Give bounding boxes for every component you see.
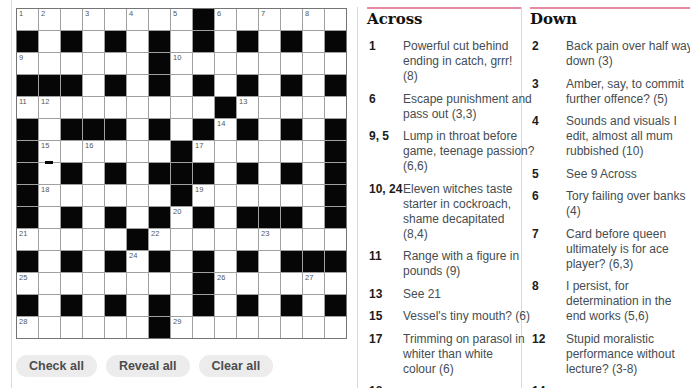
cell-r13c11[interactable] [259, 295, 280, 316]
cell-number: 7 [259, 9, 280, 18]
cell-number: 3 [83, 9, 104, 18]
black-cell-r8c14 [325, 185, 346, 206]
cell-r6c11[interactable] [259, 141, 280, 162]
cell-r2c3[interactable] [83, 53, 104, 74]
across-heading: Across [367, 7, 521, 27]
black-cell-r9c2 [61, 207, 82, 228]
black-cell-r3c4 [105, 75, 126, 96]
black-cell-r7c0 [17, 163, 38, 184]
cell-r6c9[interactable] [215, 141, 236, 162]
cell-r9c5[interactable] [127, 207, 148, 228]
check-all-button[interactable]: Check all [16, 355, 97, 377]
cell-r6c6[interactable] [149, 141, 170, 162]
cell-r4c3[interactable] [83, 97, 104, 118]
cell-r2c7[interactable]: 10 [171, 53, 192, 74]
cell-r3c5[interactable] [127, 75, 148, 96]
clue-number: 13 [369, 287, 403, 302]
clue-2-down[interactable]: 2Back pain over half waydown (3) [530, 39, 690, 69]
cell-number: 16 [83, 141, 104, 150]
black-cell-r13c8 [193, 295, 214, 316]
cell-r10c2[interactable] [61, 229, 82, 250]
cell-r5c1[interactable] [39, 119, 60, 140]
cell-r12c3[interactable] [83, 273, 104, 294]
cell-r3c7[interactable] [171, 75, 192, 96]
cell-r1c7[interactable] [171, 31, 192, 52]
cell-r10c13[interactable] [303, 229, 324, 250]
clue-text: Tory failing over banks(4) [566, 189, 690, 219]
cell-r4c0[interactable]: 11 [17, 97, 38, 118]
cell-r7c11[interactable] [259, 163, 280, 184]
cell-r13c5[interactable] [127, 295, 148, 316]
cell-r0c9[interactable]: 6 [215, 9, 236, 30]
cell-r14c4[interactable] [105, 317, 126, 338]
cell-r3c3[interactable] [83, 75, 104, 96]
cell-r8c9[interactable] [215, 185, 236, 206]
cell-r0c6[interactable] [149, 9, 170, 30]
black-cell-r4c9 [215, 97, 236, 118]
cell-r4c13[interactable] [303, 97, 324, 118]
cell-r1c9[interactable] [215, 31, 236, 52]
clue-text: Vessel's tiny mouth? (6) [403, 309, 530, 324]
clue-number: 14 [532, 384, 566, 388]
black-cell-r1c0 [17, 31, 38, 52]
black-cell-r11c13 [303, 251, 324, 272]
clue-number: 17 [369, 332, 403, 347]
cell-r10c14[interactable] [325, 229, 346, 250]
clue-text: Amber, say, to commitfurther offence? (5… [566, 77, 690, 107]
cell-r11c5[interactable]: 24 [127, 251, 148, 272]
clue-number: 8 [532, 279, 566, 294]
clue-10-24-across[interactable]: 10, 24Eleven witches tastestarter in coc… [367, 182, 521, 242]
cell-r14c2[interactable] [61, 317, 82, 338]
black-cell-r13c0 [17, 295, 38, 316]
black-cell-r3c8 [193, 75, 214, 96]
cell-r1c5[interactable] [127, 31, 148, 52]
cell-r4c4[interactable] [105, 97, 126, 118]
clue-18-across[interactable]: 18 [367, 384, 521, 388]
cell-r12c9[interactable]: 26 [215, 273, 236, 294]
black-cell-r9c14 [325, 207, 346, 228]
cell-r3c9[interactable] [215, 75, 236, 96]
black-cell-r11c4 [105, 251, 126, 272]
cell-r2c4[interactable] [105, 53, 126, 74]
cell-r1c3[interactable] [83, 31, 104, 52]
clue-number: 6 [369, 92, 403, 107]
clue-text: Powerful cut behindending in catch, grrr… [403, 39, 521, 84]
cell-r10c6[interactable]: 22 [149, 229, 170, 250]
black-cell-r1c6 [149, 31, 170, 52]
cell-r8c8[interactable]: 19 [193, 185, 214, 206]
clue-6-across[interactable]: 6Escape punishment andpass out (3,3) [367, 92, 521, 122]
clue-number: 11 [369, 249, 403, 264]
clue-number: 6 [532, 189, 566, 204]
cell-r14c7[interactable]: 29 [171, 317, 192, 338]
cell-r5c11[interactable] [259, 119, 280, 140]
cell-r5c9[interactable]: 14 [215, 119, 236, 140]
clue-number: 9, 5 [369, 129, 403, 144]
cell-number: 14 [215, 119, 236, 128]
cell-r0c3[interactable]: 3 [83, 9, 104, 30]
clue-8-down[interactable]: 8I persist, fordetermination in theend w… [530, 279, 690, 324]
down-clue-list: 2Back pain over half waydown (3)3Amber, … [530, 39, 690, 388]
cell-r3c11[interactable] [259, 75, 280, 96]
cell-number: 27 [303, 273, 324, 282]
black-cell-r9c11 [259, 207, 280, 228]
cell-r14c0[interactable]: 28 [17, 317, 38, 338]
clue-number: 2 [532, 39, 566, 54]
black-cell-r13c6 [149, 295, 170, 316]
cell-r9c9[interactable] [215, 207, 236, 228]
clue-number: 7 [532, 227, 566, 242]
cell-r5c7[interactable] [171, 119, 192, 140]
cell-r0c4[interactable] [105, 9, 126, 30]
cell-number: 5 [171, 9, 192, 18]
cell-number: 2 [39, 9, 60, 18]
cell-r12c6[interactable] [149, 273, 170, 294]
clue-text: Sounds and visuals Iedit, almost all mum… [566, 114, 690, 159]
cell-r12c0[interactable]: 25 [17, 273, 38, 294]
cell-r10c1[interactable] [39, 229, 60, 250]
cell-number: 29 [171, 317, 192, 326]
black-cell-r7c8 [193, 163, 214, 184]
black-cell-r11c6 [149, 251, 170, 272]
cell-r14c9[interactable] [215, 317, 236, 338]
cell-r2c14[interactable] [325, 53, 346, 74]
cell-r6c13[interactable] [303, 141, 324, 162]
cell-number: 11 [17, 97, 38, 106]
cell-r13c3[interactable] [83, 295, 104, 316]
hyphen-marker [45, 161, 53, 164]
cell-number: 21 [17, 229, 38, 238]
cell-r14c3[interactable] [83, 317, 104, 338]
cell-r2c1[interactable] [39, 53, 60, 74]
cell-r6c12[interactable] [281, 141, 302, 162]
black-cell-r1c12 [281, 31, 302, 52]
cell-r11c7[interactable] [171, 251, 192, 272]
cell-r10c12[interactable] [281, 229, 302, 250]
cell-r14c14[interactable] [325, 317, 346, 338]
black-cell-r11c0 [17, 251, 38, 272]
black-cell-r1c14 [325, 31, 346, 52]
cell-r14c1[interactable] [39, 317, 60, 338]
black-cell-r7c2 [61, 163, 82, 184]
black-cell-r10c5 [127, 229, 148, 250]
cell-r2c11[interactable] [259, 53, 280, 74]
cell-r0c5[interactable]: 4 [127, 9, 148, 30]
reveal-all-button[interactable]: Reveal all [106, 355, 190, 377]
clue-17-across[interactable]: 17Trimming on parasol inwhiter than whit… [367, 332, 521, 377]
black-cell-r6c7 [171, 141, 192, 162]
black-cell-r3c2 [61, 75, 82, 96]
cell-r0c12[interactable] [281, 9, 302, 30]
cell-r12c12[interactable] [281, 273, 302, 294]
cell-r1c11[interactable] [259, 31, 280, 52]
black-cell-r11c10 [237, 251, 258, 272]
cell-r14c13[interactable] [303, 317, 324, 338]
black-cell-r3c1 [39, 75, 60, 96]
across-clue-list: 1Powerful cut behindending in catch, grr… [367, 39, 521, 388]
cell-number: 22 [149, 229, 170, 238]
clue-number: 5 [532, 167, 566, 182]
cell-r4c11[interactable] [259, 97, 280, 118]
cell-r4c10[interactable]: 13 [237, 97, 258, 118]
black-cell-r12c8 [193, 273, 214, 294]
cell-r9c7[interactable]: 20 [171, 207, 192, 228]
cell-r4c7[interactable] [171, 97, 192, 118]
cell-r13c9[interactable] [215, 295, 236, 316]
control-buttons: Check all Reveal all Clear all [16, 355, 273, 377]
cell-r14c8[interactable] [193, 317, 214, 338]
clue-11-across[interactable]: 11Range with a figure inpounds (9) [367, 249, 521, 279]
black-cell-r3c0 [17, 75, 38, 96]
cell-r4c2[interactable] [61, 97, 82, 118]
cell-r2c0[interactable]: 9 [17, 53, 38, 74]
black-cell-r7c14 [325, 163, 346, 184]
black-cell-r11c2 [61, 251, 82, 272]
cell-r12c5[interactable] [127, 273, 148, 294]
black-cell-r8c0 [17, 185, 38, 206]
cell-r7c13[interactable] [303, 163, 324, 184]
black-cell-r11c14 [325, 251, 346, 272]
cell-r0c13[interactable]: 8 [303, 9, 324, 30]
cell-r12c11[interactable] [259, 273, 280, 294]
cell-r0c2[interactable] [61, 9, 82, 30]
clue-4-down[interactable]: 4Sounds and visuals Iedit, almost all mu… [530, 114, 690, 159]
black-cell-r14c6 [149, 317, 170, 338]
black-cell-r6c14 [325, 141, 346, 162]
cell-r12c7[interactable] [171, 273, 192, 294]
cell-r4c8[interactable] [193, 97, 214, 118]
cell-r8c6[interactable] [149, 185, 170, 206]
cell-r6c8[interactable]: 17 [193, 141, 214, 162]
cell-r12c10[interactable] [237, 273, 258, 294]
cell-number: 19 [193, 185, 214, 194]
cell-r6c5[interactable] [127, 141, 148, 162]
black-cell-r5c14 [325, 119, 346, 140]
cell-r8c10[interactable] [237, 185, 258, 206]
cell-r2c13[interactable] [303, 53, 324, 74]
cell-number: 4 [127, 9, 148, 18]
clue-text: See 21 [403, 287, 521, 302]
clue-number: 3 [532, 77, 566, 92]
cell-r13c7[interactable] [171, 295, 192, 316]
clue-text: Stupid moralisticperformance withoutlect… [566, 332, 690, 377]
cell-r14c11[interactable] [259, 317, 280, 338]
black-cell-r13c4 [105, 295, 126, 316]
cell-r12c13[interactable]: 27 [303, 273, 324, 294]
cell-r9c3[interactable] [83, 207, 104, 228]
cell-number: 15 [39, 141, 60, 150]
cell-r12c1[interactable] [39, 273, 60, 294]
black-cell-r5c6 [149, 119, 170, 140]
black-cell-r9c10 [237, 207, 258, 228]
clue-14-down[interactable]: 14 [530, 384, 690, 388]
cell-r6c2[interactable] [61, 141, 82, 162]
clue-number: 4 [532, 114, 566, 129]
clue-6-down[interactable]: 6Tory failing over banks(4) [530, 189, 690, 219]
cell-number: 26 [215, 273, 236, 282]
cell-r0c14[interactable] [325, 9, 346, 30]
cell-number: 23 [259, 229, 280, 238]
cell-r10c3[interactable] [83, 229, 104, 250]
cell-r5c5[interactable] [127, 119, 148, 140]
clue-text: Range with a figure inpounds (9) [403, 249, 521, 279]
cell-r7c5[interactable] [127, 163, 148, 184]
cell-r7c3[interactable] [83, 163, 104, 184]
black-cell-r5c4 [105, 119, 126, 140]
cell-number: 1 [17, 9, 38, 18]
cell-number: 17 [193, 141, 214, 150]
black-cell-r9c8 [193, 207, 214, 228]
cell-r4c1[interactable]: 12 [39, 97, 60, 118]
black-cell-r5c10 [237, 119, 258, 140]
cell-r8c1[interactable]: 18 [39, 185, 60, 206]
cell-r4c12[interactable] [281, 97, 302, 118]
clue-9-5-across[interactable]: 9, 5Lump in throat beforegame, teenage p… [367, 129, 521, 174]
down-heading: Down [530, 7, 690, 27]
black-cell-r0c8 [193, 9, 214, 30]
cell-r6c3[interactable]: 16 [83, 141, 104, 162]
cell-r7c9[interactable] [215, 163, 236, 184]
clue-text: Escape punishment andpass out (3,3) [403, 92, 532, 122]
cell-r11c1[interactable] [39, 251, 60, 272]
cell-r14c10[interactable] [237, 317, 258, 338]
cell-r8c12[interactable] [281, 185, 302, 206]
cell-r8c5[interactable] [127, 185, 148, 206]
cell-r2c2[interactable] [61, 53, 82, 74]
cell-r8c4[interactable] [105, 185, 126, 206]
cell-r10c10[interactable] [237, 229, 258, 250]
cell-r11c11[interactable] [259, 251, 280, 272]
black-cell-r5c8 [193, 119, 214, 140]
cell-number: 28 [17, 317, 38, 326]
cell-r1c13[interactable] [303, 31, 324, 52]
black-cell-r9c4 [105, 207, 126, 228]
clear-all-button[interactable]: Clear all [199, 355, 274, 377]
clue-15-across[interactable]: 15Vessel's tiny mouth? (6) [367, 309, 521, 324]
black-cell-r2c6 [149, 53, 170, 74]
cell-r14c12[interactable] [281, 317, 302, 338]
cell-r13c1[interactable] [39, 295, 60, 316]
black-cell-r3c14 [325, 75, 346, 96]
clue-text: Back pain over half waydown (3) [566, 39, 690, 69]
cell-number: 24 [127, 251, 148, 260]
cell-number: 12 [39, 97, 60, 106]
clue-13-across[interactable]: 13See 21 [367, 287, 521, 302]
black-cell-r7c6 [149, 163, 170, 184]
cell-r10c7[interactable] [171, 229, 192, 250]
cell-r8c11[interactable] [259, 185, 280, 206]
cell-r3c13[interactable] [303, 75, 324, 96]
cell-r9c13[interactable] [303, 207, 324, 228]
cell-r4c5[interactable] [127, 97, 148, 118]
clue-5-down[interactable]: 5See 9 Across [530, 167, 690, 182]
cell-r0c10[interactable] [237, 9, 258, 30]
black-cell-r3c6 [149, 75, 170, 96]
cell-number: 9 [17, 53, 38, 62]
cell-r2c9[interactable] [215, 53, 236, 74]
cell-r4c14[interactable] [325, 97, 346, 118]
clue-text: See 9 Across [566, 167, 690, 182]
cell-number: 10 [171, 53, 192, 62]
clue-number: 1 [369, 39, 403, 54]
cell-r10c4[interactable] [105, 229, 126, 250]
clue-text: Lump in throat beforegame, teenage passi… [403, 129, 534, 174]
cell-r2c5[interactable] [127, 53, 148, 74]
cell-r13c13[interactable] [303, 295, 324, 316]
black-cell-r11c8 [193, 251, 214, 272]
black-cell-r7c4 [105, 163, 126, 184]
black-cell-r6c0 [17, 141, 38, 162]
cell-r2c8[interactable] [193, 53, 214, 74]
black-cell-r5c12 [281, 119, 302, 140]
black-cell-r9c0 [17, 207, 38, 228]
down-column: Down 2Back pain over half waydown (3)3Am… [530, 0, 690, 388]
clue-3-down[interactable]: 3Amber, say, to commitfurther offence? (… [530, 77, 690, 107]
cell-r6c1[interactable]: 15 [39, 141, 60, 162]
black-cell-r8c7 [171, 185, 192, 206]
cell-r0c0[interactable]: 1 [17, 9, 38, 30]
cell-r5c13[interactable] [303, 119, 324, 140]
cell-r8c13[interactable] [303, 185, 324, 206]
cell-r10c9[interactable] [215, 229, 236, 250]
black-cell-r11c12 [281, 251, 302, 272]
crossword-grid[interactable]: 1234567891011121314151617181920212223242… [16, 8, 347, 339]
cell-r4c6[interactable] [149, 97, 170, 118]
cell-r8c3[interactable] [83, 185, 104, 206]
clue-text: Eleven witches tastestarter in cockroach… [403, 182, 521, 242]
cell-r6c10[interactable] [237, 141, 258, 162]
cell-r6c4[interactable] [105, 141, 126, 162]
cell-number: 20 [171, 207, 192, 216]
cell-r8c2[interactable] [61, 185, 82, 206]
cell-r12c2[interactable] [61, 273, 82, 294]
clue-text: Trimming on parasol inwhiter than whitec… [403, 332, 525, 377]
cell-r10c8[interactable] [193, 229, 214, 250]
black-cell-r13c10 [237, 295, 258, 316]
cell-r12c4[interactable] [105, 273, 126, 294]
black-cell-r3c10 [237, 75, 258, 96]
black-cell-r7c7 [171, 163, 192, 184]
black-cell-r1c2 [61, 31, 82, 52]
cell-r0c7[interactable]: 5 [171, 9, 192, 30]
cell-r2c12[interactable] [281, 53, 302, 74]
cell-r9c1[interactable] [39, 207, 60, 228]
page-left-divider [11, 0, 12, 388]
cell-r11c9[interactable] [215, 251, 236, 272]
clue-7-down[interactable]: 7Card before queenultimately is for acep… [530, 227, 690, 272]
cell-r10c0[interactable]: 21 [17, 229, 38, 250]
clue-number: 18 [369, 384, 403, 388]
across-column: Across 1Powerful cut behindending in cat… [367, 0, 521, 388]
black-cell-r13c14 [325, 295, 346, 316]
clue-12-down[interactable]: 12Stupid moralisticperformance withoutle… [530, 332, 690, 377]
cell-r0c1[interactable]: 2 [39, 9, 60, 30]
clue-text: Card before queenultimately is for acepl… [566, 227, 690, 272]
cell-r14c5[interactable] [127, 317, 148, 338]
cell-r0c11[interactable]: 7 [259, 9, 280, 30]
black-cell-r1c4 [105, 31, 126, 52]
cell-r1c1[interactable] [39, 31, 60, 52]
clue-1-across[interactable]: 1Powerful cut behindending in catch, grr… [367, 39, 521, 84]
cell-r10c11[interactable]: 23 [259, 229, 280, 250]
clue-number: 15 [369, 309, 403, 324]
cell-r11c3[interactable] [83, 251, 104, 272]
cell-r12c14[interactable] [325, 273, 346, 294]
cell-r7c1[interactable] [39, 163, 60, 184]
cell-r2c10[interactable] [237, 53, 258, 74]
black-cell-r1c10 [237, 31, 258, 52]
